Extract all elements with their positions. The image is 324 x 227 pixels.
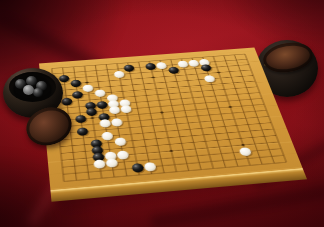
photo-scene [0, 0, 324, 227]
black-stone-in-bowl [33, 88, 43, 97]
black-bowl-opening [9, 72, 56, 102]
